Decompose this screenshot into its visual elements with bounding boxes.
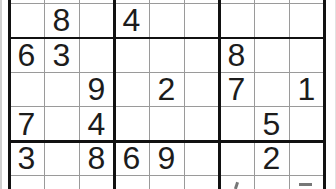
sudoku-cell-r7c8[interactable]: 2 [255, 142, 290, 177]
sudoku-cell-r4c3[interactable] [80, 38, 115, 73]
sudoku-cell-r5c4[interactable] [115, 73, 150, 108]
sudoku-cell-r7c7[interactable] [220, 142, 255, 177]
box-border-vertical-6 [218, 0, 221, 189]
partial-digit-fragment [233, 182, 238, 189]
box-border-horizontal-3 [8, 37, 326, 40]
box-border-horizontal-6 [8, 140, 326, 143]
sudoku-cell-r6c8[interactable]: 5 [255, 107, 290, 142]
sudoku-cell-r8c3[interactable] [80, 176, 115, 189]
sudoku-cell-r6c5[interactable] [150, 107, 185, 142]
sudoku-cell-r4c8[interactable] [255, 38, 290, 73]
sudoku-cell-r5c1[interactable] [10, 73, 45, 108]
sudoku-cell-r8c1[interactable] [10, 176, 45, 189]
sudoku-cell-r4c4[interactable] [115, 38, 150, 73]
sudoku-cell-r5c9[interactable]: 1 [290, 73, 325, 108]
sudoku-screen: 84638927174538692 [0, 0, 336, 189]
sudoku-cell-r7c4[interactable]: 6 [115, 142, 150, 177]
sudoku-cell-r8c6[interactable] [185, 176, 220, 189]
sudoku-cell-r3c2[interactable]: 8 [45, 4, 80, 39]
sudoku-cell-r6c6[interactable] [185, 107, 220, 142]
sudoku-cell-r5c5[interactable]: 2 [150, 73, 185, 108]
sudoku-board: 84638927174538692 [10, 0, 325, 189]
sudoku-cell-r6c2[interactable] [45, 107, 80, 142]
sudoku-cell-r6c1[interactable]: 7 [10, 107, 45, 142]
sudoku-cell-r7c3[interactable]: 8 [80, 142, 115, 177]
box-border-vertical-3 [113, 0, 116, 189]
sudoku-cell-r3c1[interactable] [10, 4, 45, 39]
sudoku-cell-r6c3[interactable]: 4 [80, 107, 115, 142]
sudoku-cell-r5c3[interactable]: 9 [80, 73, 115, 108]
sudoku-cell-r4c6[interactable] [185, 38, 220, 73]
sudoku-cell-r5c6[interactable] [185, 73, 220, 108]
box-border-left [8, 0, 11, 189]
sudoku-cell-r4c5[interactable] [150, 38, 185, 73]
sudoku-cell-r6c7[interactable] [220, 107, 255, 142]
sudoku-cell-r3c8[interactable] [255, 4, 290, 39]
sudoku-cell-r5c8[interactable] [255, 73, 290, 108]
sudoku-cell-r8c9[interactable] [290, 176, 325, 189]
sudoku-cell-r4c9[interactable] [290, 38, 325, 73]
sudoku-cell-r6c4[interactable] [115, 107, 150, 142]
sudoku-cell-r4c1[interactable]: 6 [10, 38, 45, 73]
sudoku-cell-r8c7[interactable] [220, 176, 255, 189]
sudoku-cell-r6c9[interactable] [290, 107, 325, 142]
sudoku-cell-r5c7[interactable]: 7 [220, 73, 255, 108]
sudoku-cell-r3c4[interactable]: 4 [115, 4, 150, 39]
sudoku-cell-r4c7[interactable]: 8 [220, 38, 255, 73]
sudoku-cell-r7c9[interactable] [290, 142, 325, 177]
box-border-right [323, 0, 326, 189]
sudoku-cell-r3c3[interactable] [80, 4, 115, 39]
partial-digit-fragment [299, 183, 312, 186]
sudoku-cell-r3c7[interactable] [220, 4, 255, 39]
left-edge-line [0, 0, 2, 189]
sudoku-cell-r7c2[interactable] [45, 142, 80, 177]
sudoku-cell-r7c1[interactable]: 3 [10, 142, 45, 177]
sudoku-cell-r3c6[interactable] [185, 4, 220, 39]
sudoku-cell-r7c6[interactable] [185, 142, 220, 177]
sudoku-cell-r8c2[interactable] [45, 176, 80, 189]
sudoku-cell-r5c2[interactable] [45, 73, 80, 108]
sudoku-cell-r4c2[interactable]: 3 [45, 38, 80, 73]
sudoku-cell-r8c8[interactable] [255, 176, 290, 189]
sudoku-cell-r3c5[interactable] [150, 4, 185, 39]
sudoku-cell-r8c5[interactable] [150, 176, 185, 189]
sudoku-cell-r8c4[interactable] [115, 176, 150, 189]
sudoku-cell-r7c5[interactable]: 9 [150, 142, 185, 177]
sudoku-cell-r3c9[interactable] [290, 4, 325, 39]
